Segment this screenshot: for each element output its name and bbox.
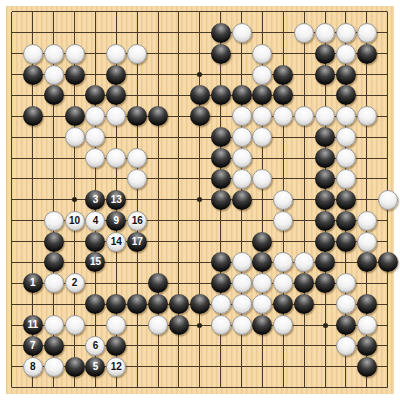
intersection-c12r4[interactable]: [231, 64, 252, 85]
intersection-c1r7[interactable]: [2, 127, 23, 148]
intersection-c18r19[interactable]: [356, 377, 377, 398]
intersection-c2r11[interactable]: [22, 210, 43, 231]
intersection-c5r13[interactable]: 15: [85, 252, 106, 273]
intersection-c1r12[interactable]: [2, 231, 23, 252]
intersection-c12r1[interactable]: [231, 2, 252, 23]
intersection-c17r19[interactable]: [336, 377, 357, 398]
intersection-c11r14[interactable]: [210, 273, 231, 294]
intersection-c18r11[interactable]: [356, 210, 377, 231]
intersection-c15r1[interactable]: [294, 2, 315, 23]
intersection-c3r19[interactable]: [43, 377, 64, 398]
intersection-c6r14[interactable]: [106, 273, 127, 294]
intersection-c1r6[interactable]: [2, 106, 23, 127]
intersection-c2r5[interactable]: [22, 85, 43, 106]
intersection-c13r11[interactable]: [252, 210, 273, 231]
intersection-c7r17[interactable]: [127, 336, 148, 357]
intersection-c11r17[interactable]: [210, 336, 231, 357]
intersection-c6r4[interactable]: [106, 64, 127, 85]
intersection-c13r6[interactable]: [252, 106, 273, 127]
intersection-c3r9[interactable]: [43, 169, 64, 190]
intersection-c12r5[interactable]: [231, 85, 252, 106]
intersection-c14r17[interactable]: [273, 336, 294, 357]
intersection-c4r14[interactable]: 2: [64, 273, 85, 294]
intersection-c13r19[interactable]: [252, 377, 273, 398]
intersection-c1r5[interactable]: [2, 85, 23, 106]
intersection-c17r18[interactable]: [336, 356, 357, 377]
intersection-c3r8[interactable]: [43, 148, 64, 169]
intersection-c18r14[interactable]: [356, 273, 377, 294]
intersection-c14r15[interactable]: [273, 294, 294, 315]
intersection-c5r6[interactable]: [85, 106, 106, 127]
intersection-c18r18[interactable]: [356, 356, 377, 377]
intersection-c17r9[interactable]: [336, 169, 357, 190]
intersection-c14r19[interactable]: [273, 377, 294, 398]
intersection-c6r13[interactable]: [106, 252, 127, 273]
intersection-c9r17[interactable]: [169, 336, 190, 357]
intersection-c6r11[interactable]: 9: [106, 210, 127, 231]
intersection-c15r10[interactable]: [294, 189, 315, 210]
intersection-c6r12[interactable]: 14: [106, 231, 127, 252]
intersection-c14r3[interactable]: [273, 43, 294, 64]
intersection-c5r1[interactable]: [85, 2, 106, 23]
intersection-c12r12[interactable]: [231, 231, 252, 252]
intersection-c17r1[interactable]: [336, 2, 357, 23]
intersection-c5r17[interactable]: 6: [85, 336, 106, 357]
intersection-c9r13[interactable]: [169, 252, 190, 273]
intersection-c4r8[interactable]: [64, 148, 85, 169]
intersection-c3r15[interactable]: [43, 294, 64, 315]
intersection-c10r12[interactable]: [189, 231, 210, 252]
intersection-c8r5[interactable]: [148, 85, 169, 106]
intersection-c16r13[interactable]: [315, 252, 336, 273]
intersection-c14r12[interactable]: [273, 231, 294, 252]
intersection-c14r1[interactable]: [273, 2, 294, 23]
intersection-c3r6[interactable]: [43, 106, 64, 127]
intersection-c10r5[interactable]: [189, 85, 210, 106]
intersection-c6r15[interactable]: [106, 294, 127, 315]
intersection-c12r10[interactable]: [231, 189, 252, 210]
intersection-c18r5[interactable]: [356, 85, 377, 106]
intersection-c17r17[interactable]: [336, 336, 357, 357]
intersection-c3r1[interactable]: [43, 2, 64, 23]
intersection-c8r16[interactable]: [148, 315, 169, 336]
intersection-c12r7[interactable]: [231, 127, 252, 148]
intersection-c5r16[interactable]: [85, 315, 106, 336]
intersection-c5r9[interactable]: [85, 169, 106, 190]
intersection-c11r5[interactable]: [210, 85, 231, 106]
intersection-c2r16[interactable]: 11: [22, 315, 43, 336]
intersection-c10r19[interactable]: [189, 377, 210, 398]
intersection-c5r7[interactable]: [85, 127, 106, 148]
intersection-c3r13[interactable]: [43, 252, 64, 273]
intersection-c19r9[interactable]: [377, 169, 398, 190]
intersection-c7r1[interactable]: [127, 2, 148, 23]
intersection-c19r10[interactable]: [377, 189, 398, 210]
intersection-c10r2[interactable]: [189, 22, 210, 43]
intersection-c7r16[interactable]: [127, 315, 148, 336]
intersection-c17r14[interactable]: [336, 273, 357, 294]
intersection-c8r18[interactable]: [148, 356, 169, 377]
intersection-c8r19[interactable]: [148, 377, 169, 398]
intersection-c15r15[interactable]: [294, 294, 315, 315]
intersection-c7r13[interactable]: [127, 252, 148, 273]
intersection-c10r17[interactable]: [189, 336, 210, 357]
intersection-c11r3[interactable]: [210, 43, 231, 64]
intersection-c2r19[interactable]: [22, 377, 43, 398]
intersection-c16r1[interactable]: [315, 2, 336, 23]
intersection-c15r19[interactable]: [294, 377, 315, 398]
intersection-c11r4[interactable]: [210, 64, 231, 85]
intersection-c14r11[interactable]: [273, 210, 294, 231]
intersection-c15r12[interactable]: [294, 231, 315, 252]
intersection-c1r18[interactable]: [2, 356, 23, 377]
intersection-c13r8[interactable]: [252, 148, 273, 169]
intersection-c1r9[interactable]: [2, 169, 23, 190]
intersection-c11r7[interactable]: [210, 127, 231, 148]
intersection-c16r4[interactable]: [315, 64, 336, 85]
intersection-c8r10[interactable]: [148, 189, 169, 210]
intersection-c7r7[interactable]: [127, 127, 148, 148]
intersection-c7r6[interactable]: [127, 106, 148, 127]
intersection-c13r13[interactable]: [252, 252, 273, 273]
intersection-c9r12[interactable]: [169, 231, 190, 252]
intersection-c12r2[interactable]: [231, 22, 252, 43]
intersection-c5r4[interactable]: [85, 64, 106, 85]
intersection-c8r9[interactable]: [148, 169, 169, 190]
intersection-c6r17[interactable]: [106, 336, 127, 357]
intersection-c6r2[interactable]: [106, 22, 127, 43]
intersection-c19r11[interactable]: [377, 210, 398, 231]
intersection-c11r2[interactable]: [210, 22, 231, 43]
intersection-c2r3[interactable]: [22, 43, 43, 64]
intersection-c5r12[interactable]: [85, 231, 106, 252]
intersection-c5r18[interactable]: 5: [85, 356, 106, 377]
intersection-c2r14[interactable]: 1: [22, 273, 43, 294]
intersection-c10r14[interactable]: [189, 273, 210, 294]
intersection-c17r7[interactable]: [336, 127, 357, 148]
intersection-c5r14[interactable]: [85, 273, 106, 294]
intersection-c2r13[interactable]: [22, 252, 43, 273]
intersection-c7r8[interactable]: [127, 148, 148, 169]
intersection-c2r8[interactable]: [22, 148, 43, 169]
intersection-c6r1[interactable]: [106, 2, 127, 23]
intersection-c5r2[interactable]: [85, 22, 106, 43]
intersection-c5r5[interactable]: [85, 85, 106, 106]
intersection-c4r19[interactable]: [64, 377, 85, 398]
intersection-c16r6[interactable]: [315, 106, 336, 127]
intersection-c3r17[interactable]: [43, 336, 64, 357]
intersection-c19r18[interactable]: [377, 356, 398, 377]
intersection-c10r15[interactable]: [189, 294, 210, 315]
intersection-c2r12[interactable]: [22, 231, 43, 252]
intersection-c9r6[interactable]: [169, 106, 190, 127]
intersection-c16r9[interactable]: [315, 169, 336, 190]
intersection-c15r17[interactable]: [294, 336, 315, 357]
intersection-c19r4[interactable]: [377, 64, 398, 85]
intersection-c18r7[interactable]: [356, 127, 377, 148]
intersection-c13r1[interactable]: [252, 2, 273, 23]
intersection-c18r13[interactable]: [356, 252, 377, 273]
intersection-c12r14[interactable]: [231, 273, 252, 294]
intersection-c16r14[interactable]: [315, 273, 336, 294]
intersection-c11r10[interactable]: [210, 189, 231, 210]
intersection-c10r18[interactable]: [189, 356, 210, 377]
intersection-c13r12[interactable]: [252, 231, 273, 252]
intersection-c1r4[interactable]: [2, 64, 23, 85]
intersection-c19r13[interactable]: [377, 252, 398, 273]
intersection-c13r15[interactable]: [252, 294, 273, 315]
intersection-c5r19[interactable]: [85, 377, 106, 398]
intersection-c10r8[interactable]: [189, 148, 210, 169]
intersection-c2r7[interactable]: [22, 127, 43, 148]
intersection-c6r6[interactable]: [106, 106, 127, 127]
intersection-c5r3[interactable]: [85, 43, 106, 64]
intersection-c3r11[interactable]: [43, 210, 64, 231]
intersection-c13r3[interactable]: [252, 43, 273, 64]
intersection-c15r7[interactable]: [294, 127, 315, 148]
intersection-c9r2[interactable]: [169, 22, 190, 43]
intersection-c16r18[interactable]: [315, 356, 336, 377]
intersection-c7r14[interactable]: [127, 273, 148, 294]
intersection-c14r8[interactable]: [273, 148, 294, 169]
intersection-c19r12[interactable]: [377, 231, 398, 252]
intersection-c2r10[interactable]: [22, 189, 43, 210]
intersection-c9r18[interactable]: [169, 356, 190, 377]
intersection-c9r7[interactable]: [169, 127, 190, 148]
intersection-c1r13[interactable]: [2, 252, 23, 273]
intersection-c15r6[interactable]: [294, 106, 315, 127]
intersection-c4r16[interactable]: [64, 315, 85, 336]
intersection-c8r3[interactable]: [148, 43, 169, 64]
intersection-c5r15[interactable]: [85, 294, 106, 315]
intersection-c2r17[interactable]: 7: [22, 336, 43, 357]
intersection-c17r6[interactable]: [336, 106, 357, 127]
intersection-c8r6[interactable]: [148, 106, 169, 127]
intersection-c1r2[interactable]: [2, 22, 23, 43]
intersection-c14r16[interactable]: [273, 315, 294, 336]
intersection-c3r10[interactable]: [43, 189, 64, 210]
intersection-c17r15[interactable]: [336, 294, 357, 315]
intersection-c15r5[interactable]: [294, 85, 315, 106]
intersection-c10r4[interactable]: [189, 64, 210, 85]
intersection-c9r14[interactable]: [169, 273, 190, 294]
intersection-c19r15[interactable]: [377, 294, 398, 315]
intersection-c19r2[interactable]: [377, 22, 398, 43]
intersection-c3r7[interactable]: [43, 127, 64, 148]
intersection-c9r11[interactable]: [169, 210, 190, 231]
intersection-c2r18[interactable]: 8: [22, 356, 43, 377]
intersection-c14r7[interactable]: [273, 127, 294, 148]
intersection-c13r2[interactable]: [252, 22, 273, 43]
intersection-c16r10[interactable]: [315, 189, 336, 210]
intersection-c15r4[interactable]: [294, 64, 315, 85]
intersection-c9r5[interactable]: [169, 85, 190, 106]
intersection-c7r18[interactable]: [127, 356, 148, 377]
intersection-c2r4[interactable]: [22, 64, 43, 85]
intersection-c1r8[interactable]: [2, 148, 23, 169]
intersection-c9r8[interactable]: [169, 148, 190, 169]
intersection-c6r16[interactable]: [106, 315, 127, 336]
intersection-c19r5[interactable]: [377, 85, 398, 106]
intersection-c13r5[interactable]: [252, 85, 273, 106]
intersection-c18r8[interactable]: [356, 148, 377, 169]
intersection-c15r14[interactable]: [294, 273, 315, 294]
intersection-c18r17[interactable]: [356, 336, 377, 357]
intersection-c17r12[interactable]: [336, 231, 357, 252]
intersection-c16r3[interactable]: [315, 43, 336, 64]
intersection-c7r4[interactable]: [127, 64, 148, 85]
intersection-c1r19[interactable]: [2, 377, 23, 398]
intersection-c14r13[interactable]: [273, 252, 294, 273]
intersection-c4r2[interactable]: [64, 22, 85, 43]
intersection-c19r1[interactable]: [377, 2, 398, 23]
intersection-c3r18[interactable]: [43, 356, 64, 377]
intersection-c9r19[interactable]: [169, 377, 190, 398]
intersection-c4r18[interactable]: [64, 356, 85, 377]
intersection-c3r12[interactable]: [43, 231, 64, 252]
intersection-c6r10[interactable]: 13: [106, 189, 127, 210]
intersection-c4r7[interactable]: [64, 127, 85, 148]
intersection-c6r3[interactable]: [106, 43, 127, 64]
intersection-c7r11[interactable]: 16: [127, 210, 148, 231]
intersection-c6r5[interactable]: [106, 85, 127, 106]
intersection-c1r10[interactable]: [2, 189, 23, 210]
intersection-c17r10[interactable]: [336, 189, 357, 210]
intersection-c8r2[interactable]: [148, 22, 169, 43]
intersection-c16r16[interactable]: [315, 315, 336, 336]
intersection-c12r13[interactable]: [231, 252, 252, 273]
intersection-c2r2[interactable]: [22, 22, 43, 43]
intersection-c9r10[interactable]: [169, 189, 190, 210]
intersection-c12r15[interactable]: [231, 294, 252, 315]
intersection-c4r13[interactable]: [64, 252, 85, 273]
intersection-c15r3[interactable]: [294, 43, 315, 64]
intersection-c8r13[interactable]: [148, 252, 169, 273]
intersection-c3r4[interactable]: [43, 64, 64, 85]
intersection-c1r1[interactable]: [2, 2, 23, 23]
intersection-c15r9[interactable]: [294, 169, 315, 190]
intersection-c13r10[interactable]: [252, 189, 273, 210]
intersection-c16r12[interactable]: [315, 231, 336, 252]
intersection-c1r3[interactable]: [2, 43, 23, 64]
intersection-c8r4[interactable]: [148, 64, 169, 85]
intersection-c4r1[interactable]: [64, 2, 85, 23]
intersection-c18r1[interactable]: [356, 2, 377, 23]
intersection-c19r17[interactable]: [377, 336, 398, 357]
intersection-c16r17[interactable]: [315, 336, 336, 357]
intersection-c13r7[interactable]: [252, 127, 273, 148]
intersection-c6r8[interactable]: [106, 148, 127, 169]
intersection-c5r8[interactable]: [85, 148, 106, 169]
intersection-c4r6[interactable]: [64, 106, 85, 127]
intersection-c18r12[interactable]: [356, 231, 377, 252]
intersection-c16r5[interactable]: [315, 85, 336, 106]
intersection-c7r15[interactable]: [127, 294, 148, 315]
intersection-c16r2[interactable]: [315, 22, 336, 43]
intersection-c3r16[interactable]: [43, 315, 64, 336]
intersection-c3r14[interactable]: [43, 273, 64, 294]
intersection-c17r11[interactable]: [336, 210, 357, 231]
intersection-c1r15[interactable]: [2, 294, 23, 315]
intersection-c15r16[interactable]: [294, 315, 315, 336]
intersection-c12r16[interactable]: [231, 315, 252, 336]
intersection-c13r14[interactable]: [252, 273, 273, 294]
intersection-c8r15[interactable]: [148, 294, 169, 315]
intersection-c19r3[interactable]: [377, 43, 398, 64]
intersection-c4r12[interactable]: [64, 231, 85, 252]
intersection-c10r3[interactable]: [189, 43, 210, 64]
intersection-c7r2[interactable]: [127, 22, 148, 43]
intersection-c18r3[interactable]: [356, 43, 377, 64]
intersection-c18r15[interactable]: [356, 294, 377, 315]
intersection-c2r9[interactable]: [22, 169, 43, 190]
intersection-c18r4[interactable]: [356, 64, 377, 85]
intersection-c19r19[interactable]: [377, 377, 398, 398]
intersection-c1r16[interactable]: [2, 315, 23, 336]
intersection-c17r13[interactable]: [336, 252, 357, 273]
intersection-c8r14[interactable]: [148, 273, 169, 294]
intersection-c6r7[interactable]: [106, 127, 127, 148]
intersection-c3r3[interactable]: [43, 43, 64, 64]
intersection-c8r8[interactable]: [148, 148, 169, 169]
intersection-c9r4[interactable]: [169, 64, 190, 85]
intersection-c10r10[interactable]: [189, 189, 210, 210]
intersection-c19r16[interactable]: [377, 315, 398, 336]
intersection-c12r17[interactable]: [231, 336, 252, 357]
intersection-c15r18[interactable]: [294, 356, 315, 377]
intersection-c18r6[interactable]: [356, 106, 377, 127]
intersection-c19r14[interactable]: [377, 273, 398, 294]
intersection-c11r1[interactable]: [210, 2, 231, 23]
intersection-c17r4[interactable]: [336, 64, 357, 85]
intersection-c19r6[interactable]: [377, 106, 398, 127]
intersection-c16r8[interactable]: [315, 148, 336, 169]
intersection-c4r10[interactable]: [64, 189, 85, 210]
intersection-c12r18[interactable]: [231, 356, 252, 377]
intersection-c1r11[interactable]: [2, 210, 23, 231]
intersection-c19r7[interactable]: [377, 127, 398, 148]
intersection-c5r10[interactable]: 3: [85, 189, 106, 210]
intersection-c15r2[interactable]: [294, 22, 315, 43]
intersection-c8r1[interactable]: [148, 2, 169, 23]
intersection-c14r14[interactable]: [273, 273, 294, 294]
intersection-c7r10[interactable]: [127, 189, 148, 210]
intersection-c15r13[interactable]: [294, 252, 315, 273]
intersection-c4r15[interactable]: [64, 294, 85, 315]
intersection-c10r6[interactable]: [189, 106, 210, 127]
intersection-c11r15[interactable]: [210, 294, 231, 315]
intersection-c12r6[interactable]: [231, 106, 252, 127]
intersection-c14r5[interactable]: [273, 85, 294, 106]
intersection-c13r16[interactable]: [252, 315, 273, 336]
intersection-c17r3[interactable]: [336, 43, 357, 64]
intersection-c10r13[interactable]: [189, 252, 210, 273]
intersection-c4r5[interactable]: [64, 85, 85, 106]
intersection-c9r3[interactable]: [169, 43, 190, 64]
intersection-c14r2[interactable]: [273, 22, 294, 43]
intersection-c13r17[interactable]: [252, 336, 273, 357]
intersection-c7r12[interactable]: 17: [127, 231, 148, 252]
intersection-c2r6[interactable]: [22, 106, 43, 127]
intersection-c12r11[interactable]: [231, 210, 252, 231]
intersection-c12r8[interactable]: [231, 148, 252, 169]
intersection-c14r10[interactable]: [273, 189, 294, 210]
intersection-c8r7[interactable]: [148, 127, 169, 148]
intersection-c18r2[interactable]: [356, 22, 377, 43]
intersection-c12r19[interactable]: [231, 377, 252, 398]
intersection-c6r9[interactable]: [106, 169, 127, 190]
intersection-c6r18[interactable]: 12: [106, 356, 127, 377]
